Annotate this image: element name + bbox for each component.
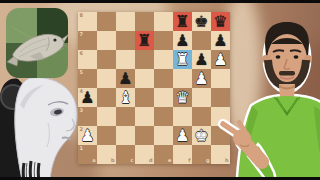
rank-label-3: 3 xyxy=(80,108,83,113)
square-c5: ♟ xyxy=(116,69,135,88)
file-label-d: d xyxy=(149,158,153,163)
letterbox-top xyxy=(0,0,320,3)
piece-black-rook-d7: ♜ xyxy=(135,31,154,50)
square-d7: ♜ xyxy=(135,31,154,50)
piece-white-bishop-c4: ♝ xyxy=(116,88,135,107)
square-d2 xyxy=(135,126,154,145)
square-b7 xyxy=(97,31,116,50)
piece-black-rook-f8: ♜ xyxy=(173,12,192,31)
square-g3 xyxy=(192,107,211,126)
square-f6: ♜ xyxy=(173,50,192,69)
robot-head-image xyxy=(0,75,82,180)
square-c7 xyxy=(116,31,135,50)
square-a3: 3 xyxy=(78,107,97,126)
square-c1: c xyxy=(116,145,135,164)
square-a6: 6 xyxy=(78,50,97,69)
chess-board: 8♜♚♛7♜♟♟6♜♟♟5♟♟4♟♝♛32♟♟♚1abcdefgh xyxy=(78,12,230,164)
square-e8 xyxy=(154,12,173,31)
square-d4 xyxy=(135,88,154,107)
square-a2: 2♟ xyxy=(78,126,97,145)
square-g4 xyxy=(192,88,211,107)
square-g8: ♚ xyxy=(192,12,211,31)
stockfish-logo-icon xyxy=(6,8,68,78)
square-e6 xyxy=(154,50,173,69)
square-g7 xyxy=(192,31,211,50)
square-e1: e xyxy=(154,145,173,164)
square-a7: 7 xyxy=(78,31,97,50)
square-b4 xyxy=(97,88,116,107)
piece-black-pawn-a4: ♟ xyxy=(78,88,97,107)
piece-black-pawn-g6: ♟ xyxy=(192,50,211,69)
square-b8 xyxy=(97,12,116,31)
square-a5: 5 xyxy=(78,69,97,88)
file-label-f: f xyxy=(188,158,190,163)
thumbnail: 8♜♚♛7♜♟♟6♜♟♟5♟♟4♟♝♛32♟♟♚1abcdefgh xyxy=(0,0,320,180)
square-d1: d xyxy=(135,145,154,164)
square-c3 xyxy=(116,107,135,126)
rank-label-6: 6 xyxy=(80,51,83,56)
file-label-b: b xyxy=(111,158,115,163)
square-d8 xyxy=(135,12,154,31)
piece-black-pawn-f7: ♟ xyxy=(173,31,192,50)
piece-white-pawn-g5: ♟ xyxy=(192,69,211,88)
square-c6 xyxy=(116,50,135,69)
square-e7 xyxy=(154,31,173,50)
square-b2 xyxy=(97,126,116,145)
square-f3 xyxy=(173,107,192,126)
letterbox-bottom xyxy=(0,177,320,180)
square-c4: ♝ xyxy=(116,88,135,107)
square-b6 xyxy=(97,50,116,69)
square-c8 xyxy=(116,12,135,31)
square-e3 xyxy=(154,107,173,126)
square-g2: ♚ xyxy=(192,126,211,145)
piece-black-king-g8: ♚ xyxy=(192,12,211,31)
square-f4: ♛ xyxy=(173,88,192,107)
file-label-c: c xyxy=(131,158,134,163)
square-f1: f xyxy=(173,145,192,164)
square-c2 xyxy=(116,126,135,145)
piece-white-pawn-a2: ♟ xyxy=(78,126,97,145)
square-a4: 4♟ xyxy=(78,88,97,107)
square-b5 xyxy=(97,69,116,88)
presenter-image xyxy=(218,14,320,180)
piece-white-rook-f6: ♜ xyxy=(173,50,192,69)
rank-label-1: 1 xyxy=(80,146,83,151)
square-b1: b xyxy=(97,145,116,164)
square-f8: ♜ xyxy=(173,12,192,31)
piece-white-pawn-f2: ♟ xyxy=(173,126,192,145)
rank-label-8: 8 xyxy=(80,13,83,18)
square-g6: ♟ xyxy=(192,50,211,69)
piece-white-king-g2: ♚ xyxy=(192,126,211,145)
square-b3 xyxy=(97,107,116,126)
file-label-e: e xyxy=(168,158,171,163)
square-e4 xyxy=(154,88,173,107)
square-d6 xyxy=(135,50,154,69)
rank-label-5: 5 xyxy=(80,70,83,75)
file-label-a: a xyxy=(92,158,95,163)
square-e2 xyxy=(154,126,173,145)
square-a1: 1a xyxy=(78,145,97,164)
square-f2: ♟ xyxy=(173,126,192,145)
square-g5: ♟ xyxy=(192,69,211,88)
square-f7: ♟ xyxy=(173,31,192,50)
square-f5 xyxy=(173,69,192,88)
piece-black-pawn-c5: ♟ xyxy=(116,69,135,88)
square-e5 xyxy=(154,69,173,88)
square-d3 xyxy=(135,107,154,126)
square-d5 xyxy=(135,69,154,88)
piece-white-queen-f4: ♛ xyxy=(173,88,192,107)
square-a8: 8 xyxy=(78,12,97,31)
square-g1: g xyxy=(192,145,211,164)
file-label-g: g xyxy=(206,158,210,163)
rank-label-7: 7 xyxy=(80,32,83,37)
